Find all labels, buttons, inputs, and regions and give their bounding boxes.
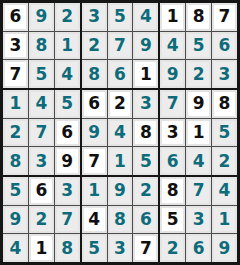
cell-r9c7[interactable]: 2 <box>160 234 185 262</box>
cell-r6c4[interactable]: 7 <box>82 147 107 175</box>
cell-r7c7[interactable]: 8 <box>160 177 185 205</box>
cell-r9c4[interactable]: 5 <box>82 234 107 262</box>
cell-r6c1[interactable]: 8 <box>3 147 28 175</box>
cell-r2c8[interactable]: 5 <box>186 32 211 60</box>
box-2-1: 145276839 <box>3 90 80 175</box>
cell-r5c1[interactable]: 2 <box>3 119 28 147</box>
box-3-3: 874531269 <box>160 177 237 262</box>
cell-r1c6[interactable]: 4 <box>133 3 158 31</box>
cell-r9c8[interactable]: 6 <box>186 234 211 262</box>
cell-r6c9[interactable]: 2 <box>212 147 237 175</box>
box-1-3: 187456923 <box>160 3 237 88</box>
cell-r3c2[interactable]: 5 <box>29 60 54 88</box>
box-3-2: 192486537 <box>82 177 159 262</box>
cell-r4c5[interactable]: 2 <box>108 90 133 118</box>
cell-r4c9[interactable]: 8 <box>212 90 237 118</box>
cell-r4c3[interactable]: 5 <box>55 90 80 118</box>
cell-r5c9[interactable]: 5 <box>212 119 237 147</box>
cell-r5c5[interactable]: 4 <box>108 119 133 147</box>
cell-r1c2[interactable]: 9 <box>29 3 54 31</box>
cell-r8c5[interactable]: 8 <box>108 206 133 234</box>
cell-r4c2[interactable]: 4 <box>29 90 54 118</box>
cell-r5c7[interactable]: 3 <box>160 119 185 147</box>
cell-r5c3[interactable]: 6 <box>55 119 80 147</box>
cell-r2c1[interactable]: 3 <box>3 32 28 60</box>
cell-r7c3[interactable]: 3 <box>55 177 80 205</box>
cell-r4c4[interactable]: 6 <box>82 90 107 118</box>
cell-r3c6[interactable]: 1 <box>133 60 158 88</box>
cell-r7c6[interactable]: 2 <box>133 177 158 205</box>
cell-r1c1[interactable]: 6 <box>3 3 28 31</box>
cell-r3c1[interactable]: 7 <box>3 60 28 88</box>
cell-r2c3[interactable]: 1 <box>55 32 80 60</box>
cell-r2c7[interactable]: 4 <box>160 32 185 60</box>
cell-r3c5[interactable]: 6 <box>108 60 133 88</box>
cell-r7c2[interactable]: 6 <box>29 177 54 205</box>
box-2-3: 798315642 <box>160 90 237 175</box>
cell-r5c8[interactable]: 1 <box>186 119 211 147</box>
cell-r3c9[interactable]: 3 <box>212 60 237 88</box>
box-2-2: 623948715 <box>82 90 159 175</box>
cell-r5c2[interactable]: 7 <box>29 119 54 147</box>
cell-r9c1[interactable]: 4 <box>3 234 28 262</box>
cell-r2c9[interactable]: 6 <box>212 32 237 60</box>
cell-r7c4[interactable]: 1 <box>82 177 107 205</box>
cell-r3c8[interactable]: 2 <box>186 60 211 88</box>
cell-r7c8[interactable]: 7 <box>186 177 211 205</box>
cell-r8c8[interactable]: 3 <box>186 206 211 234</box>
cell-r5c4[interactable]: 9 <box>82 119 107 147</box>
cell-r8c1[interactable]: 9 <box>3 206 28 234</box>
cell-r3c7[interactable]: 9 <box>160 60 185 88</box>
cell-r4c8[interactable]: 9 <box>186 90 211 118</box>
cell-r9c3[interactable]: 8 <box>55 234 80 262</box>
cell-r4c1[interactable]: 1 <box>3 90 28 118</box>
cell-r6c8[interactable]: 4 <box>186 147 211 175</box>
cell-r1c3[interactable]: 2 <box>55 3 80 31</box>
cell-r9c2[interactable]: 1 <box>29 234 54 262</box>
cell-r6c7[interactable]: 6 <box>160 147 185 175</box>
sudoku-board: 6923817543542798611874569231452768396239… <box>0 0 240 265</box>
cell-r6c6[interactable]: 5 <box>133 147 158 175</box>
cell-r2c4[interactable]: 2 <box>82 32 107 60</box>
cell-r3c3[interactable]: 4 <box>55 60 80 88</box>
cell-r1c9[interactable]: 7 <box>212 3 237 31</box>
cell-r1c8[interactable]: 8 <box>186 3 211 31</box>
cell-r4c7[interactable]: 7 <box>160 90 185 118</box>
cell-r8c9[interactable]: 1 <box>212 206 237 234</box>
cell-r2c2[interactable]: 8 <box>29 32 54 60</box>
cell-r8c6[interactable]: 6 <box>133 206 158 234</box>
cell-r9c6[interactable]: 7 <box>133 234 158 262</box>
cell-r8c3[interactable]: 7 <box>55 206 80 234</box>
cell-r7c5[interactable]: 9 <box>108 177 133 205</box>
cell-r9c5[interactable]: 3 <box>108 234 133 262</box>
cell-r7c9[interactable]: 4 <box>212 177 237 205</box>
cell-r2c5[interactable]: 7 <box>108 32 133 60</box>
cell-r1c4[interactable]: 3 <box>82 3 107 31</box>
cell-r8c7[interactable]: 5 <box>160 206 185 234</box>
box-3-1: 563927418 <box>3 177 80 262</box>
cell-r2c6[interactable]: 9 <box>133 32 158 60</box>
cell-r6c3[interactable]: 9 <box>55 147 80 175</box>
cell-r8c2[interactable]: 2 <box>29 206 54 234</box>
cell-r9c9[interactable]: 9 <box>212 234 237 262</box>
box-1-1: 692381754 <box>3 3 80 88</box>
cell-r5c6[interactable]: 8 <box>133 119 158 147</box>
cell-r1c5[interactable]: 5 <box>108 3 133 31</box>
cell-r6c2[interactable]: 3 <box>29 147 54 175</box>
cell-r7c1[interactable]: 5 <box>3 177 28 205</box>
cell-r8c4[interactable]: 4 <box>82 206 107 234</box>
cell-r4c6[interactable]: 3 <box>133 90 158 118</box>
box-1-2: 354279861 <box>82 3 159 88</box>
cell-r1c7[interactable]: 1 <box>160 3 185 31</box>
cell-r3c4[interactable]: 8 <box>82 60 107 88</box>
cell-r6c5[interactable]: 1 <box>108 147 133 175</box>
